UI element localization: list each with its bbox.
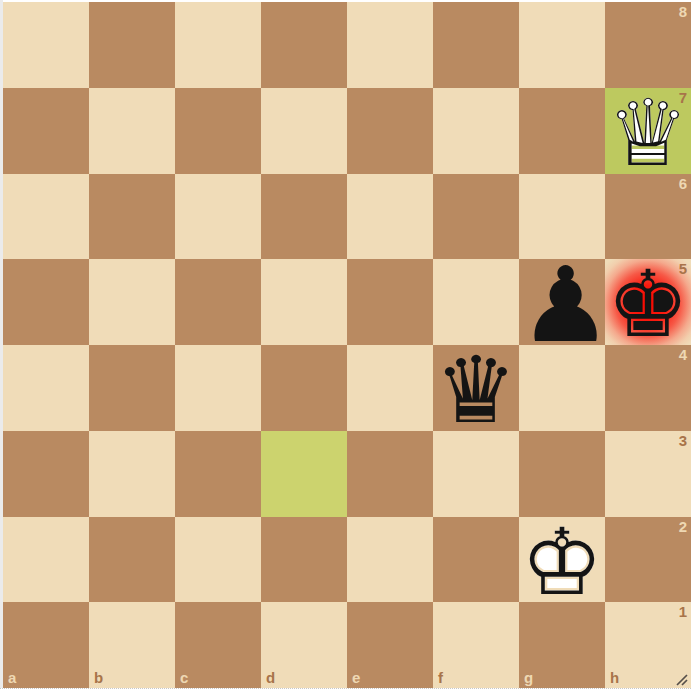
- board-resize-handle-icon[interactable]: [673, 671, 688, 686]
- square-c1[interactable]: c: [175, 602, 261, 688]
- square-d8[interactable]: [261, 2, 347, 88]
- square-f3[interactable]: [433, 431, 519, 517]
- square-a7[interactable]: [3, 88, 89, 174]
- black-piece-glyph: ♟: [519, 262, 612, 348]
- square-g1[interactable]: g: [519, 602, 605, 688]
- square-e8[interactable]: [347, 2, 433, 88]
- square-d3[interactable]: [261, 431, 347, 517]
- coord-file-f: f: [438, 670, 443, 685]
- square-a8[interactable]: [3, 2, 89, 88]
- square-d5[interactable]: [261, 259, 347, 345]
- piece-white-king[interactable]: ♚♔: [519, 517, 605, 603]
- piece-white-queen[interactable]: ♛♕: [605, 88, 691, 174]
- coord-file-g: g: [524, 670, 533, 685]
- square-e5[interactable]: [347, 259, 433, 345]
- square-b8[interactable]: [89, 2, 175, 88]
- square-g2[interactable]: ♚♔: [519, 517, 605, 603]
- chess-board: 87♛♕6♟5♚♛43♚♔2abcdefg1h: [3, 2, 691, 688]
- white-piece-outline-glyph: ♕: [607, 91, 689, 177]
- coord-file-b: b: [94, 670, 103, 685]
- piece-black-king[interactable]: ♚: [605, 259, 691, 345]
- square-e6[interactable]: [347, 174, 433, 260]
- coord-rank-3: 3: [679, 433, 687, 448]
- coord-rank-8: 8: [679, 4, 687, 19]
- square-b1[interactable]: b: [89, 602, 175, 688]
- square-g5[interactable]: ♟: [519, 259, 605, 345]
- square-h3[interactable]: 3: [605, 431, 691, 517]
- square-c8[interactable]: [175, 2, 261, 88]
- coord-rank-2: 2: [679, 519, 687, 534]
- square-c2[interactable]: [175, 517, 261, 603]
- square-c6[interactable]: [175, 174, 261, 260]
- square-a2[interactable]: [3, 517, 89, 603]
- square-e4[interactable]: [347, 345, 433, 431]
- square-d2[interactable]: [261, 517, 347, 603]
- coord-file-c: c: [180, 670, 188, 685]
- square-c7[interactable]: [175, 88, 261, 174]
- square-f8[interactable]: [433, 2, 519, 88]
- square-h5[interactable]: 5♚: [605, 259, 691, 345]
- square-e3[interactable]: [347, 431, 433, 517]
- square-b4[interactable]: [89, 345, 175, 431]
- coord-file-e: e: [352, 670, 360, 685]
- square-f1[interactable]: f: [433, 602, 519, 688]
- square-b2[interactable]: [89, 517, 175, 603]
- square-f7[interactable]: [433, 88, 519, 174]
- square-e2[interactable]: [347, 517, 433, 603]
- square-b3[interactable]: [89, 431, 175, 517]
- piece-black-queen[interactable]: ♛: [433, 345, 519, 431]
- square-f6[interactable]: [433, 174, 519, 260]
- square-g8[interactable]: [519, 2, 605, 88]
- square-e1[interactable]: e: [347, 602, 433, 688]
- square-a1[interactable]: a: [3, 602, 89, 688]
- white-piece-outline-glyph: ♔: [521, 520, 603, 606]
- black-piece-glyph: ♛: [435, 348, 517, 434]
- square-b7[interactable]: [89, 88, 175, 174]
- square-h8[interactable]: 8: [605, 2, 691, 88]
- square-b5[interactable]: [89, 259, 175, 345]
- coord-file-a: a: [8, 670, 16, 685]
- coord-file-d: d: [266, 670, 275, 685]
- square-e7[interactable]: [347, 88, 433, 174]
- square-b6[interactable]: [89, 174, 175, 260]
- square-f5[interactable]: [433, 259, 519, 345]
- square-d6[interactable]: [261, 174, 347, 260]
- page: 87♛♕6♟5♚♛43♚♔2abcdefg1h: [0, 0, 691, 691]
- square-d7[interactable]: [261, 88, 347, 174]
- square-g3[interactable]: [519, 431, 605, 517]
- square-c5[interactable]: [175, 259, 261, 345]
- square-d1[interactable]: d: [261, 602, 347, 688]
- coord-rank-1: 1: [679, 604, 687, 619]
- square-h2[interactable]: 2: [605, 517, 691, 603]
- square-f4[interactable]: ♛: [433, 345, 519, 431]
- coord-file-h: h: [610, 670, 619, 685]
- square-d4[interactable]: [261, 345, 347, 431]
- square-g4[interactable]: [519, 345, 605, 431]
- square-h7[interactable]: 7♛♕: [605, 88, 691, 174]
- square-c4[interactable]: [175, 345, 261, 431]
- square-h6[interactable]: 6: [605, 174, 691, 260]
- coord-rank-6: 6: [679, 176, 687, 191]
- square-a4[interactable]: [3, 345, 89, 431]
- square-f2[interactable]: [433, 517, 519, 603]
- coord-rank-4: 4: [679, 347, 687, 362]
- black-piece-glyph: ♚: [607, 262, 689, 348]
- piece-black-pawn[interactable]: ♟: [519, 259, 605, 345]
- square-a6[interactable]: [3, 174, 89, 260]
- square-a3[interactable]: [3, 431, 89, 517]
- square-c3[interactable]: [175, 431, 261, 517]
- square-g7[interactable]: [519, 88, 605, 174]
- square-h4[interactable]: 4: [605, 345, 691, 431]
- square-a5[interactable]: [3, 259, 89, 345]
